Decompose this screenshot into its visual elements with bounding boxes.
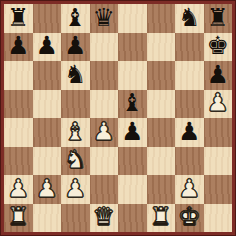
square-f2[interactable] — [147, 175, 176, 204]
square-b4[interactable] — [33, 118, 62, 147]
square-c6[interactable]: ♞ — [61, 61, 90, 90]
square-e5[interactable]: ♝ — [118, 90, 147, 119]
square-d8[interactable]: ♛ — [90, 4, 119, 33]
square-f3[interactable] — [147, 147, 176, 176]
square-d3[interactable] — [90, 147, 119, 176]
piece-white-pawn: ♟ — [178, 176, 200, 201]
square-c4[interactable]: ♝ — [61, 118, 90, 147]
piece-white-knight: ♞ — [64, 147, 86, 172]
square-g6[interactable] — [175, 61, 204, 90]
square-e4[interactable]: ♟ — [118, 118, 147, 147]
square-d4[interactable]: ♟ — [90, 118, 119, 147]
piece-white-queen: ♛ — [93, 204, 115, 229]
piece-black-knight: ♞ — [64, 62, 86, 87]
square-a7[interactable]: ♟ — [4, 33, 33, 62]
piece-black-pawn: ♟ — [64, 33, 86, 58]
piece-black-pawn: ♟ — [7, 33, 29, 58]
square-a1[interactable]: ♜ — [4, 204, 33, 233]
piece-white-bishop: ♝ — [64, 119, 86, 144]
piece-black-queen: ♛ — [93, 5, 115, 30]
square-e7[interactable] — [118, 33, 147, 62]
square-g2[interactable]: ♟ — [175, 175, 204, 204]
square-a6[interactable] — [4, 61, 33, 90]
piece-black-king: ♚ — [207, 33, 229, 58]
square-e6[interactable] — [118, 61, 147, 90]
piece-white-rook: ♜ — [150, 204, 172, 229]
square-h3[interactable] — [204, 147, 233, 176]
square-h4[interactable] — [204, 118, 233, 147]
piece-black-pawn: ♟ — [207, 62, 229, 87]
square-h2[interactable] — [204, 175, 233, 204]
square-h8[interactable]: ♜ — [204, 4, 233, 33]
square-f5[interactable] — [147, 90, 176, 119]
piece-white-pawn: ♟ — [64, 176, 86, 201]
square-b7[interactable]: ♟ — [33, 33, 62, 62]
piece-black-rook: ♜ — [7, 5, 29, 30]
square-g1[interactable]: ♚ — [175, 204, 204, 233]
square-b5[interactable] — [33, 90, 62, 119]
piece-white-pawn: ♟ — [36, 176, 58, 201]
piece-black-rook: ♜ — [207, 5, 229, 30]
square-d6[interactable] — [90, 61, 119, 90]
square-e8[interactable] — [118, 4, 147, 33]
piece-black-pawn: ♟ — [178, 119, 200, 144]
square-g4[interactable]: ♟ — [175, 118, 204, 147]
square-b8[interactable] — [33, 4, 62, 33]
square-f1[interactable]: ♜ — [147, 204, 176, 233]
square-f6[interactable] — [147, 61, 176, 90]
square-b1[interactable] — [33, 204, 62, 233]
square-a5[interactable] — [4, 90, 33, 119]
square-e1[interactable] — [118, 204, 147, 233]
square-c3[interactable]: ♞ — [61, 147, 90, 176]
square-b3[interactable] — [33, 147, 62, 176]
square-a8[interactable]: ♜ — [4, 4, 33, 33]
square-a4[interactable] — [4, 118, 33, 147]
chess-board: ♜♝♛♞♜♟♟♟♚♞♟♝♟♝♟♟♟♞♟♟♟♟♜♛♜♚ — [4, 4, 232, 232]
square-h1[interactable] — [204, 204, 233, 233]
square-g7[interactable] — [175, 33, 204, 62]
square-a3[interactable] — [4, 147, 33, 176]
square-c8[interactable]: ♝ — [61, 4, 90, 33]
square-d2[interactable] — [90, 175, 119, 204]
square-d5[interactable] — [90, 90, 119, 119]
piece-black-pawn: ♟ — [36, 33, 58, 58]
piece-white-pawn: ♟ — [93, 119, 115, 144]
square-d7[interactable] — [90, 33, 119, 62]
piece-white-pawn: ♟ — [207, 90, 229, 115]
square-f8[interactable] — [147, 4, 176, 33]
piece-black-bishop: ♝ — [64, 5, 86, 30]
square-f4[interactable] — [147, 118, 176, 147]
square-e2[interactable] — [118, 175, 147, 204]
square-g5[interactable] — [175, 90, 204, 119]
piece-black-pawn: ♟ — [121, 119, 143, 144]
square-h5[interactable]: ♟ — [204, 90, 233, 119]
square-g8[interactable]: ♞ — [175, 4, 204, 33]
piece-white-pawn: ♟ — [7, 176, 29, 201]
square-c5[interactable] — [61, 90, 90, 119]
square-h7[interactable]: ♚ — [204, 33, 233, 62]
square-c2[interactable]: ♟ — [61, 175, 90, 204]
square-c1[interactable] — [61, 204, 90, 233]
square-h6[interactable]: ♟ — [204, 61, 233, 90]
piece-white-king: ♚ — [178, 204, 200, 229]
square-c7[interactable]: ♟ — [61, 33, 90, 62]
square-f7[interactable] — [147, 33, 176, 62]
square-d1[interactable]: ♛ — [90, 204, 119, 233]
piece-black-knight: ♞ — [178, 5, 200, 30]
square-b2[interactable]: ♟ — [33, 175, 62, 204]
square-g3[interactable] — [175, 147, 204, 176]
piece-black-bishop: ♝ — [121, 90, 143, 115]
square-b6[interactable] — [33, 61, 62, 90]
piece-white-rook: ♜ — [7, 204, 29, 229]
board-frame: ♜♝♛♞♜♟♟♟♚♞♟♝♟♝♟♟♟♞♟♟♟♟♜♛♜♚ — [0, 0, 236, 236]
square-a2[interactable]: ♟ — [4, 175, 33, 204]
square-e3[interactable] — [118, 147, 147, 176]
